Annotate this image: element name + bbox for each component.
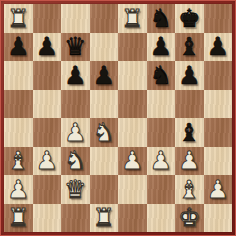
white-king[interactable]: ♚: [178, 205, 200, 230]
square-e2[interactable]: [118, 175, 147, 204]
square-h7[interactable]: ♟: [204, 33, 233, 62]
square-g2[interactable]: ♝: [175, 175, 204, 204]
black-pawn[interactable]: ♟: [93, 63, 115, 88]
square-c1[interactable]: [61, 204, 90, 233]
black-king[interactable]: ♚: [178, 6, 200, 31]
square-e1[interactable]: [118, 204, 147, 233]
square-h6[interactable]: [204, 61, 233, 90]
square-e6[interactable]: [118, 61, 147, 90]
white-bishop[interactable]: ♝: [7, 148, 29, 173]
square-d3[interactable]: [90, 147, 119, 176]
square-b6[interactable]: [33, 61, 62, 90]
square-g6[interactable]: ♟: [175, 61, 204, 90]
square-c7[interactable]: ♛: [61, 33, 90, 62]
square-g8[interactable]: ♚: [175, 4, 204, 33]
square-d5[interactable]: [90, 90, 119, 119]
square-a2[interactable]: ♟: [4, 175, 33, 204]
square-f7[interactable]: ♟: [147, 33, 176, 62]
square-c2[interactable]: ♛: [61, 175, 90, 204]
square-h2[interactable]: ♟: [204, 175, 233, 204]
square-e8[interactable]: ♜: [118, 4, 147, 33]
black-pawn[interactable]: ♟: [36, 34, 58, 59]
square-f8[interactable]: ♞: [147, 4, 176, 33]
square-g5[interactable]: [175, 90, 204, 119]
square-c6[interactable]: ♟: [61, 61, 90, 90]
square-a3[interactable]: ♝: [4, 147, 33, 176]
chess-board: ♜♜♞♚♟♟♛♟♝♟♟♟♞♟♟♞♝♝♟♞♟♟♟♟♛♝♟♜♜♚: [4, 4, 232, 232]
square-a6[interactable]: [4, 61, 33, 90]
square-d7[interactable]: [90, 33, 119, 62]
square-d4[interactable]: ♞: [90, 118, 119, 147]
square-c3[interactable]: ♞: [61, 147, 90, 176]
square-h8[interactable]: [204, 4, 233, 33]
black-bishop[interactable]: ♝: [178, 120, 200, 145]
square-e7[interactable]: [118, 33, 147, 62]
square-f6[interactable]: ♞: [147, 61, 176, 90]
square-e5[interactable]: [118, 90, 147, 119]
square-b8[interactable]: [33, 4, 62, 33]
black-pawn[interactable]: ♟: [207, 34, 229, 59]
black-pawn[interactable]: ♟: [64, 63, 86, 88]
square-b7[interactable]: ♟: [33, 33, 62, 62]
black-pawn[interactable]: ♟: [7, 34, 29, 59]
square-b1[interactable]: [33, 204, 62, 233]
square-d8[interactable]: [90, 4, 119, 33]
board-frame: ♜♜♞♚♟♟♛♟♝♟♟♟♞♟♟♞♝♝♟♞♟♟♟♟♛♝♟♜♜♚: [0, 0, 236, 236]
square-h3[interactable]: [204, 147, 233, 176]
square-f4[interactable]: [147, 118, 176, 147]
square-b2[interactable]: [33, 175, 62, 204]
square-a7[interactable]: ♟: [4, 33, 33, 62]
white-bishop[interactable]: ♝: [178, 177, 200, 202]
square-g4[interactable]: ♝: [175, 118, 204, 147]
square-g3[interactable]: ♟: [175, 147, 204, 176]
white-pawn[interactable]: ♟: [7, 177, 29, 202]
white-rook[interactable]: ♜: [121, 6, 143, 31]
square-c5[interactable]: [61, 90, 90, 119]
square-b4[interactable]: [33, 118, 62, 147]
square-c4[interactable]: ♟: [61, 118, 90, 147]
square-a4[interactable]: [4, 118, 33, 147]
square-f2[interactable]: [147, 175, 176, 204]
white-queen[interactable]: ♛: [64, 177, 86, 202]
square-d6[interactable]: ♟: [90, 61, 119, 90]
black-bishop[interactable]: ♝: [178, 34, 200, 59]
black-pawn[interactable]: ♟: [150, 34, 172, 59]
white-rook[interactable]: ♜: [93, 205, 115, 230]
white-knight[interactable]: ♞: [64, 148, 86, 173]
black-knight[interactable]: ♞: [150, 6, 172, 31]
white-pawn[interactable]: ♟: [121, 148, 143, 173]
white-rook[interactable]: ♜: [7, 6, 29, 31]
black-queen[interactable]: ♛: [64, 34, 86, 59]
square-f1[interactable]: [147, 204, 176, 233]
white-pawn[interactable]: ♟: [36, 148, 58, 173]
white-rook[interactable]: ♜: [7, 205, 29, 230]
square-g1[interactable]: ♚: [175, 204, 204, 233]
white-pawn[interactable]: ♟: [150, 148, 172, 173]
square-d1[interactable]: ♜: [90, 204, 119, 233]
white-pawn[interactable]: ♟: [207, 177, 229, 202]
square-a8[interactable]: ♜: [4, 4, 33, 33]
square-f3[interactable]: ♟: [147, 147, 176, 176]
square-e4[interactable]: [118, 118, 147, 147]
square-h1[interactable]: [204, 204, 233, 233]
square-h5[interactable]: [204, 90, 233, 119]
square-b3[interactable]: ♟: [33, 147, 62, 176]
square-g7[interactable]: ♝: [175, 33, 204, 62]
square-e3[interactable]: ♟: [118, 147, 147, 176]
white-pawn[interactable]: ♟: [178, 148, 200, 173]
white-pawn[interactable]: ♟: [64, 120, 86, 145]
square-c8[interactable]: [61, 4, 90, 33]
square-f5[interactable]: [147, 90, 176, 119]
square-d2[interactable]: [90, 175, 119, 204]
black-pawn[interactable]: ♟: [178, 63, 200, 88]
white-knight[interactable]: ♞: [93, 120, 115, 145]
black-knight[interactable]: ♞: [150, 63, 172, 88]
square-a5[interactable]: [4, 90, 33, 119]
square-a1[interactable]: ♜: [4, 204, 33, 233]
square-b5[interactable]: [33, 90, 62, 119]
square-h4[interactable]: [204, 118, 233, 147]
